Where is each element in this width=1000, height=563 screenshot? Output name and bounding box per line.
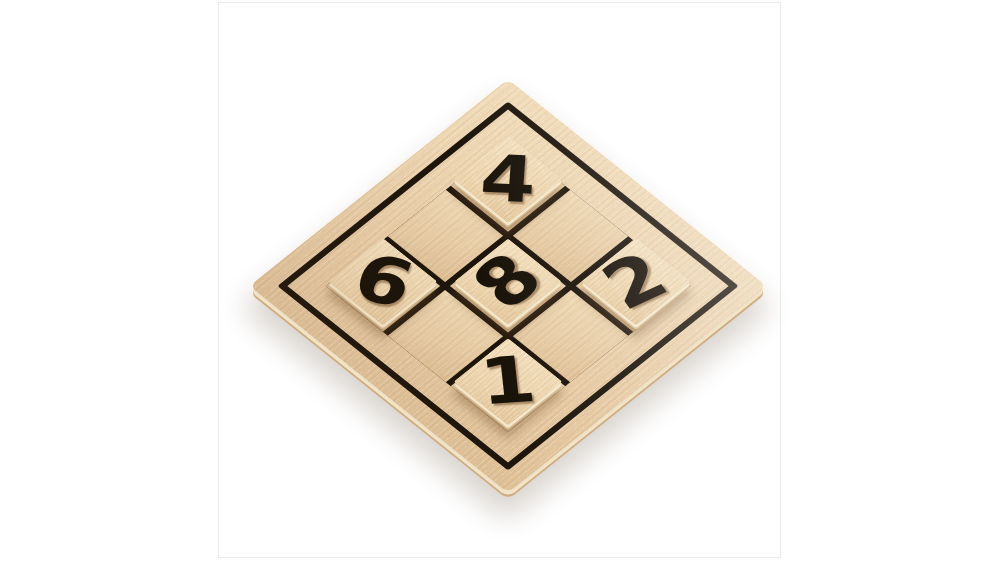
tile-2-number: 2 [592,243,680,321]
stage: 4 2 8 [0,0,1000,563]
tile-1-number: 1 [477,348,539,416]
tile-4-number: 4 [478,146,538,212]
board-grid: 4 2 8 [326,140,691,432]
tile-6-number: 6 [345,244,422,318]
